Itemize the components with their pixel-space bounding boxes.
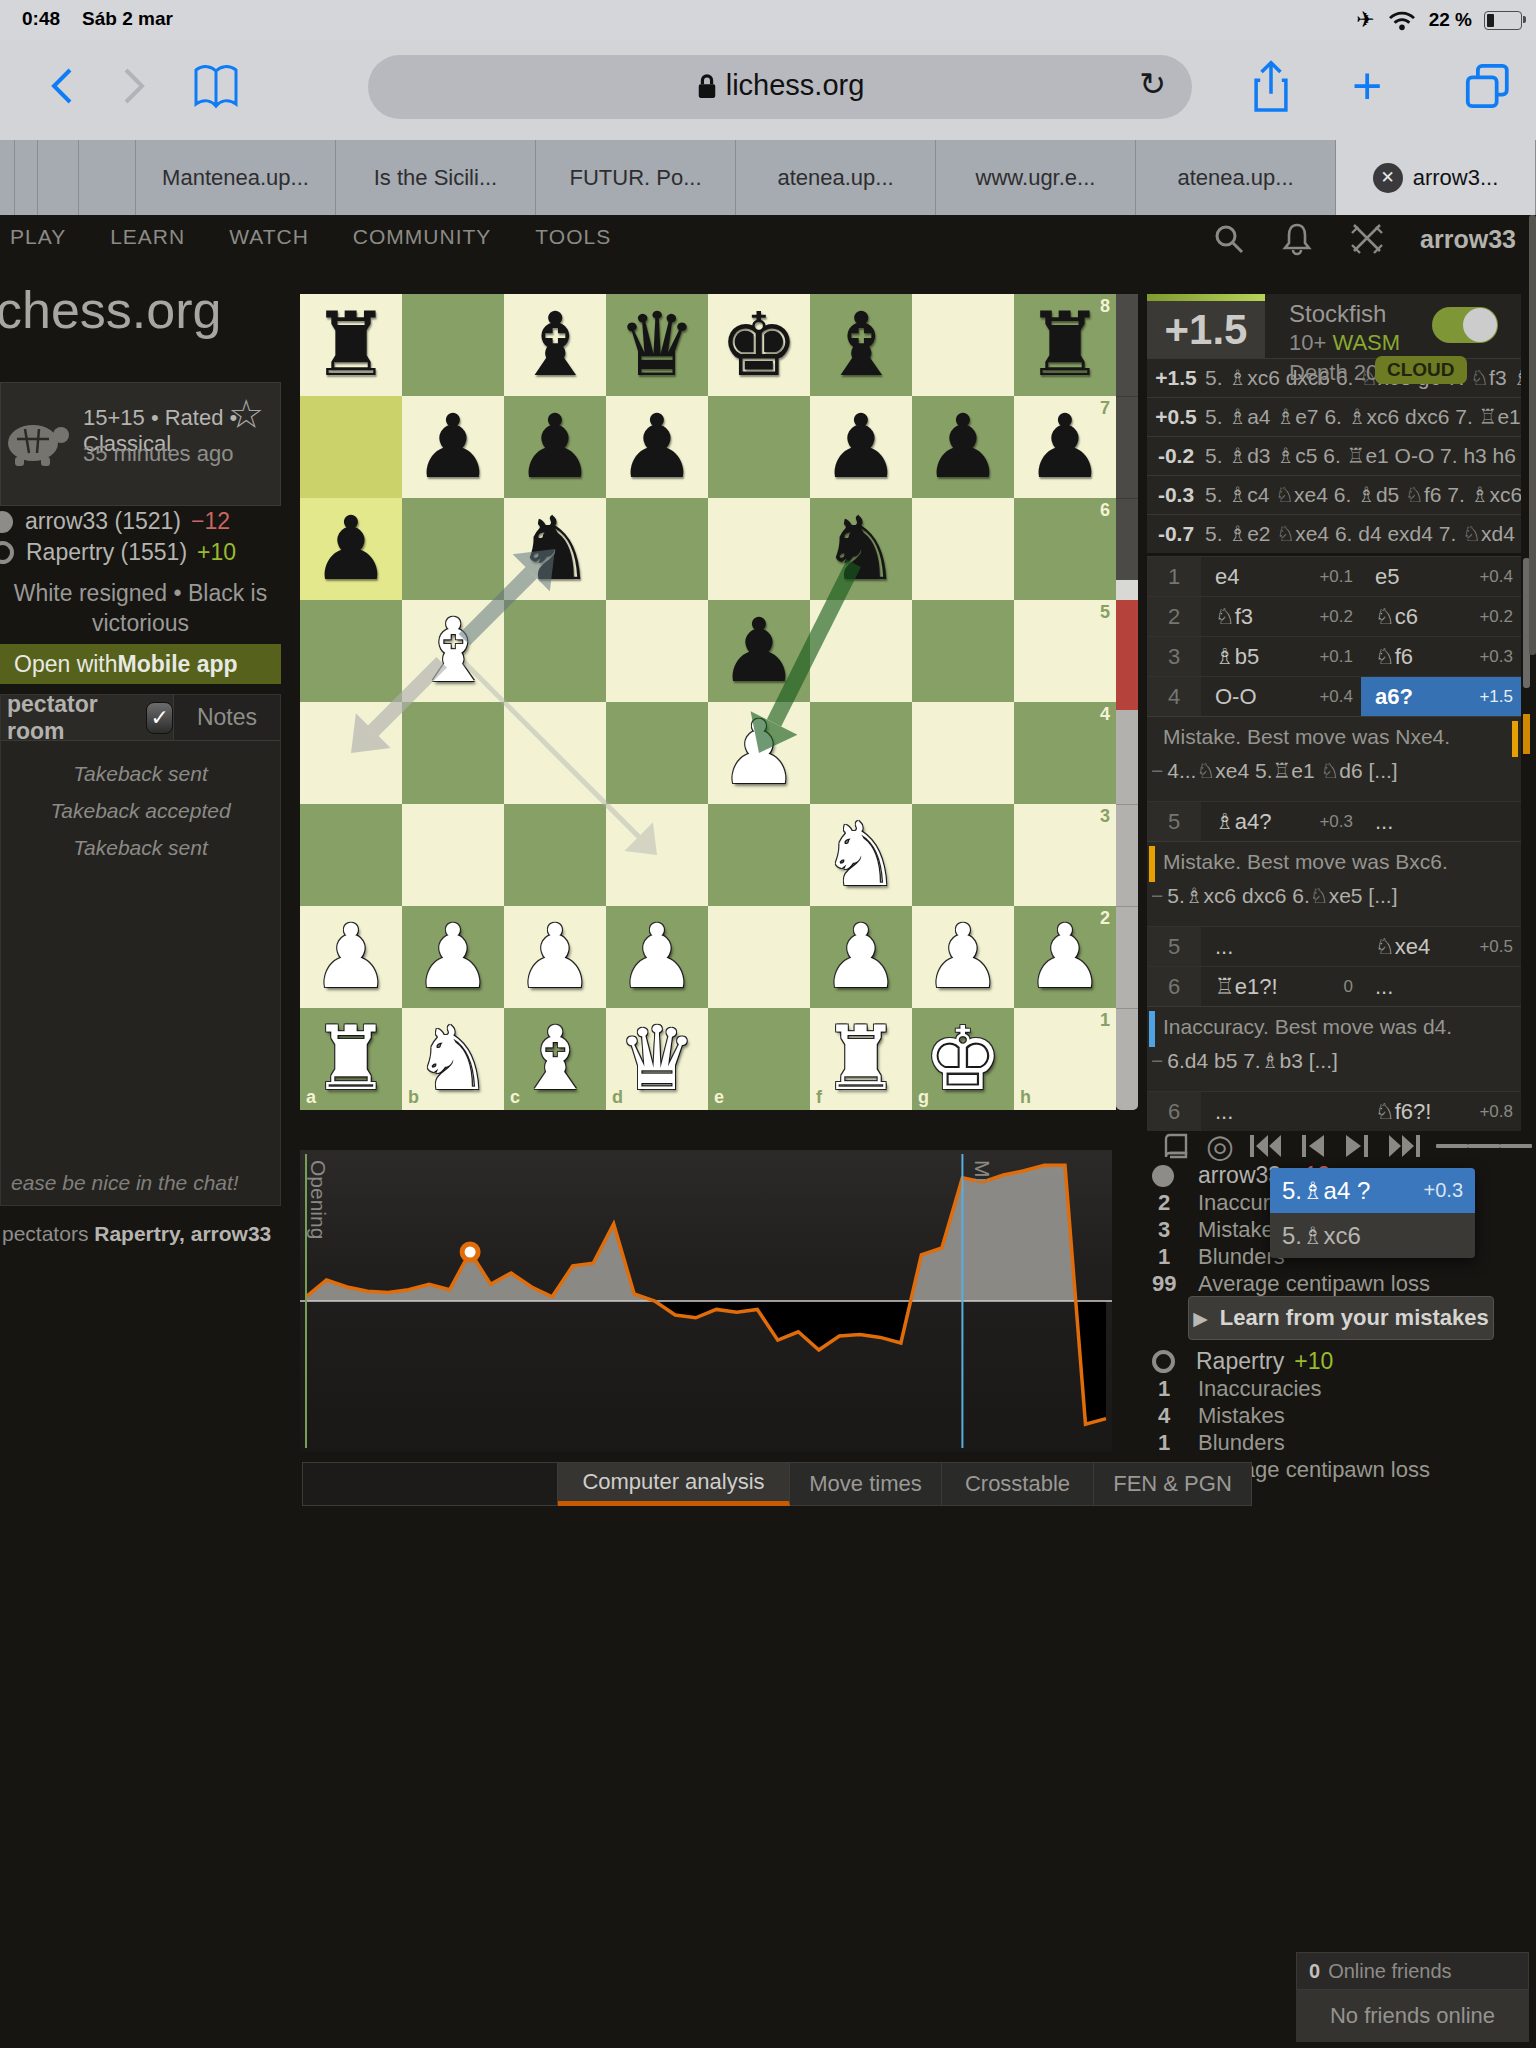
engine-line[interactable]: +0.55. ♗a4 ♗e7 6. ♗xc6 dxc6 7. ♖e1 ♗g...	[1147, 397, 1521, 436]
square-h5[interactable]: 5	[1014, 600, 1116, 702]
square-c8[interactable]: ♝	[504, 294, 606, 396]
white-rook: ♜	[822, 1015, 901, 1103]
browser-tab[interactable]	[0, 140, 15, 215]
bookmark-star-icon[interactable]: ☆	[228, 391, 264, 437]
white-pawn: ♟	[516, 913, 595, 1001]
comment-text: Mistake. Best move was Nxe4.	[1147, 717, 1521, 749]
rank-label: 8	[1100, 296, 1110, 317]
square-b4[interactable]	[402, 702, 504, 804]
player-name[interactable]: Rapertry (1551)	[26, 539, 187, 566]
black-move[interactable]: a6?+1.5	[1361, 677, 1521, 716]
browser-tab[interactable]: atenea.up...	[1136, 140, 1336, 215]
line-moves: 5. ♗c4 ♘xe4 6. ♗d5 ♘f6 7. ♗xc6 dx...	[1205, 483, 1521, 507]
move-number: 3	[1147, 637, 1201, 676]
share-icon[interactable]	[1248, 58, 1294, 116]
black-pawn: ♟	[822, 403, 901, 491]
square-f1[interactable]: f♜	[810, 1008, 912, 1110]
black-rook: ♜	[312, 301, 391, 389]
wifi-icon	[1387, 8, 1417, 32]
tab-title: Is the Sicili...	[374, 165, 497, 191]
square-e7[interactable]	[708, 396, 810, 498]
square-a6[interactable]: ♟	[300, 498, 402, 600]
line-eval: -0.3	[1147, 483, 1205, 507]
square-f5[interactable]	[810, 600, 912, 702]
square-c4[interactable]	[504, 702, 606, 804]
square-g4[interactable]	[912, 702, 1014, 804]
nav-item-watch[interactable]: WATCH	[229, 225, 309, 249]
collapse-icon[interactable]: −	[1151, 759, 1163, 782]
square-d6[interactable]	[606, 498, 708, 600]
rank-label: 2	[1100, 908, 1110, 929]
chat-messages: Takeback sentTakeback acceptedTakeback s…	[1, 749, 280, 860]
white-player-icon	[0, 511, 13, 533]
comment-text: Mistake. Best move was Bxc6.	[1147, 842, 1521, 874]
lichess-nav-items: PLAYLEARNWATCHCOMMUNITYTOOLS	[10, 225, 611, 249]
square-c1[interactable]: c♝	[504, 1008, 606, 1110]
square-h2[interactable]: 2♟	[1014, 906, 1116, 1008]
summary-player-name[interactable]: Rapertry	[1196, 1348, 1284, 1375]
browser-tab[interactable]	[15, 140, 38, 215]
square-a5[interactable]	[300, 600, 402, 702]
square-g7[interactable]: ♟	[912, 396, 1014, 498]
comment-variation[interactable]: −6.d4 b5 7.♗b3 [...]	[1147, 1039, 1521, 1073]
safari-toolbar: lichess.org ↻ +	[0, 40, 1536, 140]
summary-row: 1Blunders	[1152, 1429, 1532, 1456]
challenges-swords-icon[interactable]	[1348, 221, 1386, 257]
square-f7[interactable]: ♟	[810, 396, 912, 498]
square-d3[interactable]	[606, 804, 708, 906]
phase-label-middlegame: Middlegame	[970, 1160, 994, 1274]
white-queen: ♛	[618, 1015, 697, 1103]
nav-item-tools[interactable]: TOOLS	[535, 225, 611, 249]
square-a3[interactable]	[300, 804, 402, 906]
white-king: ♚	[924, 1015, 1003, 1103]
file-label: f	[816, 1087, 822, 1108]
square-a8[interactable]: ♜	[300, 294, 402, 396]
black-move[interactable]: ...	[1361, 967, 1521, 1006]
spectators-line: pectators Rapertry, arrow33	[0, 1222, 283, 1246]
square-g2[interactable]: ♟	[912, 906, 1014, 1008]
collapse-icon[interactable]: −	[1151, 1049, 1163, 1072]
engine-eval: +1.5	[1147, 301, 1265, 358]
browser-tab[interactable]: www.ugr.e...	[936, 140, 1136, 215]
white-bishop: ♝	[516, 1015, 595, 1103]
square-a2[interactable]: ♟	[300, 906, 402, 1008]
white-pawn: ♟	[312, 913, 391, 1001]
username[interactable]: arrow33	[1420, 225, 1516, 254]
black-knight: ♞	[516, 505, 595, 593]
chat-input-placeholder[interactable]: ease be nice in the chat!	[11, 1171, 239, 1195]
open-mobile-app-button[interactable]: Open with Mobile app	[0, 644, 281, 684]
white-pawn: ♟	[924, 913, 1003, 1001]
analysis-tabs: Computer analysisMove timesCrosstableFEN…	[302, 1462, 1252, 1506]
white-move[interactable]: e4+0.1	[1201, 557, 1361, 596]
square-b6[interactable]	[402, 498, 504, 600]
inaccuracy-bar	[1149, 1011, 1155, 1047]
lichess-topnav: PLAYLEARNWATCHCOMMUNITYTOOLS arrow33	[0, 215, 1536, 262]
square-c5[interactable]	[504, 600, 606, 702]
square-e4[interactable]: ♟	[708, 702, 810, 804]
summary-player-name[interactable]: arrow33	[1198, 1162, 1281, 1189]
summary-row: 4Mistakes	[1152, 1402, 1532, 1429]
rating-delta: −12	[191, 508, 230, 535]
rating-delta: +10	[197, 539, 236, 566]
black-queen: ♛	[618, 301, 697, 389]
chat-panel: pectator room ✓ Notes Takeback sentTakeb…	[0, 694, 281, 1206]
eval-gauge	[1116, 294, 1138, 1110]
move-row: 4O-O+0.4a6?+1.5	[1147, 676, 1521, 716]
nav-item-play[interactable]: PLAY	[10, 225, 66, 249]
white-move[interactable]: ♗a4?+0.3	[1201, 802, 1361, 841]
white-pawn: ♟	[1026, 913, 1105, 1001]
square-e3[interactable]	[708, 804, 810, 906]
online-friends-box: 0Online friends No friends online	[1296, 1952, 1529, 2042]
square-c7[interactable]: ♟	[504, 396, 606, 498]
file-label: e	[714, 1087, 724, 1108]
browser-tab[interactable]: Is the Sicili...	[336, 140, 536, 215]
game-result: White resigned • Black is victorious	[0, 578, 281, 638]
move-row: 2♘f3+0.2♘c6+0.2	[1147, 596, 1521, 636]
chat-message: Takeback sent	[1, 836, 280, 860]
rank-label: 1	[1100, 1010, 1110, 1031]
screen: 0:48 Sáb 2 mar ✈ 22 % lichess.org ↻ +	[0, 0, 1536, 2048]
square-g5[interactable]	[912, 600, 1014, 702]
move-row: 5♗a4?+0.3...	[1147, 801, 1521, 841]
black-move[interactable]: ♘xe4+0.5	[1361, 927, 1521, 966]
engine-line[interactable]: -0.35. ♗c4 ♘xe4 6. ♗d5 ♘f6 7. ♗xc6 dx...	[1147, 475, 1521, 514]
summary-row: 99Average centipawn loss	[1152, 1270, 1532, 1297]
last-move-icon[interactable]	[1386, 1132, 1422, 1160]
airplane-mode-icon: ✈	[1356, 7, 1374, 33]
white-knight: ♞	[414, 1015, 493, 1103]
move-number: 4	[1147, 677, 1201, 716]
black-move[interactable]: ♘f6+0.3	[1361, 637, 1521, 676]
game-time-ago: 35 minutes ago	[83, 441, 233, 467]
black-move[interactable]: ...	[1361, 802, 1521, 841]
player-list: arrow33 (1521)−12Rapertry (1551)+10	[0, 506, 281, 572]
chat-message: Takeback accepted	[1, 799, 280, 823]
square-a1[interactable]: a♜	[300, 1008, 402, 1110]
square-b2[interactable]: ♟	[402, 906, 504, 1008]
black-knight: ♞	[822, 505, 901, 593]
play-triangle-icon: ▶	[1193, 1307, 1208, 1330]
browser-tab-active[interactable]: ✕arrow3...	[1336, 140, 1536, 215]
tabs-icon[interactable]	[1462, 60, 1514, 112]
close-tab-icon[interactable]: ✕	[1373, 163, 1403, 193]
tab-fen-pgn[interactable]: FEN & PGN	[1094, 1462, 1252, 1506]
engine-name: Stockfish	[1289, 300, 1386, 328]
nav-item-community[interactable]: COMMUNITY	[353, 225, 492, 249]
next-move-icon[interactable]	[1342, 1132, 1372, 1160]
white-move[interactable]: ♘f3+0.2	[1201, 597, 1361, 636]
square-b8[interactable]	[402, 294, 504, 396]
nav-item-learn[interactable]: LEARN	[110, 225, 185, 249]
cloud-badge: CLOUD	[1375, 356, 1467, 384]
tab-crosstable[interactable]: Crosstable	[942, 1462, 1094, 1506]
square-d1[interactable]: d♛	[606, 1008, 708, 1110]
square-g1[interactable]: g♚	[912, 1008, 1014, 1110]
file-label: b	[408, 1087, 419, 1108]
square-a7[interactable]	[300, 396, 402, 498]
move-number: 2	[1147, 597, 1201, 636]
line-eval: +0.5	[1147, 405, 1205, 429]
move-row: 3♗b5+0.1♘f6+0.3	[1147, 636, 1521, 676]
file-label: h	[1020, 1087, 1031, 1108]
engine-subtitle: 10+ WASM	[1289, 330, 1400, 356]
black-move[interactable]: ♘c6+0.2	[1361, 597, 1521, 636]
judgment-comment: Mistake. Best move was Nxe4.−4...♘xe4 5.…	[1147, 716, 1521, 801]
popup-move-option[interactable]: 5.♗a4 ?+0.3	[1270, 1168, 1475, 1213]
white-pawn: ♟	[414, 913, 493, 1001]
browser-tab[interactable]: FUTUR. Po...	[536, 140, 736, 215]
square-g6[interactable]	[912, 498, 1014, 600]
white-move[interactable]: O-O+0.4	[1201, 677, 1361, 716]
date: Sáb 2 mar	[82, 8, 173, 30]
square-f6[interactable]: ♞	[810, 498, 912, 600]
move-row: 6♖e1?!0...	[1147, 966, 1521, 1006]
tab-title: atenea.up...	[1177, 165, 1293, 191]
square-f3[interactable]: ♞	[810, 804, 912, 906]
classical-turtle-icon	[3, 409, 75, 475]
square-b3[interactable]	[402, 804, 504, 906]
url-text: lichess.org	[368, 69, 1192, 102]
tab-title: atenea.up...	[777, 165, 893, 191]
white-bishop: ♝	[414, 607, 493, 695]
black-pawn: ♟	[924, 403, 1003, 491]
square-c3[interactable]	[504, 804, 606, 906]
tab-move-times[interactable]: Move times	[790, 1462, 942, 1506]
game-meta-panel: 15+15 • Rated • Classical 35 minutes ago…	[0, 382, 281, 506]
lichess-logo[interactable]: chess.org	[0, 280, 221, 340]
mistake-bar	[1512, 721, 1518, 757]
file-label: g	[918, 1087, 929, 1108]
chess-board[interactable]: ♜♝♛♚♝8♜♟♟♟♟♟7♟♟♞♞6♝♟5♟4♞3♟♟♟♟♟♟2♟a♜b♞c♝d…	[300, 294, 1116, 1110]
player-name[interactable]: arrow33 (1521)	[25, 508, 181, 535]
battery-icon	[1484, 11, 1522, 30]
move-context-popup: 5.♗a4 ?+0.35.♗xc6	[1270, 1168, 1475, 1258]
browser-tab[interactable]	[79, 140, 136, 215]
popup-move-option[interactable]: 5.♗xc6	[1270, 1213, 1475, 1258]
rank-label: 6	[1100, 500, 1110, 521]
battery-percent: 22 %	[1429, 9, 1472, 31]
white-move[interactable]: ♗b5+0.1	[1201, 637, 1361, 676]
file-label: d	[612, 1087, 623, 1108]
collapse-icon[interactable]: −	[1151, 884, 1163, 907]
square-e2[interactable]	[708, 906, 810, 1008]
online-friends-header[interactable]: 0Online friends	[1296, 1952, 1529, 1990]
rank-label: 3	[1100, 806, 1110, 827]
engine-line[interactable]: -0.75. ♗e2 ♘xe4 6. d4 exd4 7. ♘xd4 ♗c...	[1147, 514, 1521, 553]
opening-book-icon[interactable]	[1160, 1131, 1192, 1161]
player-row[interactable]: Rapertry (1551)+10	[0, 537, 281, 568]
no-friends-text: No friends online	[1296, 1990, 1529, 2042]
black-pawn: ♟	[618, 403, 697, 491]
black-king: ♚	[720, 301, 799, 389]
white-move[interactable]: ...	[1201, 927, 1361, 966]
line-eval: -0.7	[1147, 522, 1205, 546]
lock-icon	[696, 72, 718, 100]
reload-icon[interactable]: ↻	[1139, 65, 1166, 103]
black-pawn: ♟	[414, 403, 493, 491]
move-number: 5	[1147, 927, 1201, 966]
white-move[interactable]: ♖e1?!0	[1201, 967, 1361, 1006]
address-bar[interactable]: lichess.org ↻	[368, 55, 1192, 119]
tab-computer-analysis[interactable]: Computer analysis	[558, 1462, 790, 1506]
square-h8[interactable]: 8♜	[1014, 294, 1116, 396]
move-number: 6	[1147, 967, 1201, 1006]
tab-title: www.ugr.e...	[976, 165, 1096, 191]
first-move-icon[interactable]	[1248, 1132, 1284, 1160]
black-bishop: ♝	[516, 301, 595, 389]
square-b1[interactable]: b♞	[402, 1008, 504, 1110]
file-label: c	[510, 1087, 520, 1108]
line-eval: +1.5	[1147, 366, 1205, 390]
rank-label: 7	[1100, 398, 1110, 419]
black-pawn: ♟	[312, 505, 391, 593]
square-f2[interactable]: ♟	[810, 906, 912, 1008]
tab-title: arrow3...	[1413, 165, 1499, 191]
square-h1[interactable]: 1h	[1014, 1008, 1116, 1110]
square-e1[interactable]: e	[708, 1008, 810, 1110]
black-pawn: ♟	[516, 403, 595, 491]
line-eval: -0.2	[1147, 444, 1205, 468]
tab-strip: Mantenea.up...Is the Sicili...FUTUR. Po.…	[0, 140, 1536, 215]
rank-label: 5	[1100, 602, 1110, 623]
square-c6[interactable]: ♞	[504, 498, 606, 600]
square-e8[interactable]: ♚	[708, 294, 810, 396]
move-number: 5	[1147, 802, 1201, 841]
engine-progress-bar	[1147, 294, 1265, 301]
comment-variation[interactable]: −5.♗xc6 dxc6 6.♘xe5 [...]	[1147, 874, 1521, 908]
judgment-comment: Inaccuracy. Best move was d4.−6.d4 b5 7.…	[1147, 1006, 1521, 1091]
square-h3[interactable]: 3	[1014, 804, 1116, 906]
browser-tab[interactable]: atenea.up...	[736, 140, 936, 215]
phase-label-opening: Opening	[306, 1160, 330, 1239]
line-moves: 5. ♗d3 ♗c5 6. ♖e1 O-O 7. h3 h6 8. ...	[1205, 444, 1521, 468]
black-pawn: ♟	[720, 607, 799, 695]
file-label: a	[306, 1087, 316, 1108]
clock: 0:48	[22, 8, 60, 30]
white-pawn: ♟	[618, 913, 697, 1001]
menu-hamburger-icon[interactable]	[1436, 1140, 1532, 1152]
rank-label: 4	[1100, 704, 1110, 725]
new-tab-icon[interactable]: +	[1352, 56, 1382, 116]
square-b7[interactable]: ♟	[402, 396, 504, 498]
black-rook: ♜	[1026, 301, 1105, 389]
practice-target-icon[interactable]: ◎	[1206, 1127, 1234, 1165]
square-d2[interactable]: ♟	[606, 906, 708, 1008]
white-pawn: ♟	[822, 913, 901, 1001]
chat-toggle-checkbox[interactable]: ✓	[146, 702, 173, 734]
white-rook: ♜	[312, 1015, 391, 1103]
white-knight: ♞	[822, 811, 901, 899]
engine-lines: +1.55. ♗xc6 dxc6 6. ♘xe5 g6 7. ♘f3 ♗g...…	[1147, 358, 1521, 553]
square-d4[interactable]	[606, 702, 708, 804]
browser-tab[interactable]	[38, 140, 79, 215]
judgment-comment: Mistake. Best move was Bxc6.−5.♗xc6 dxc6…	[1147, 841, 1521, 926]
black-player-icon	[1152, 1350, 1175, 1373]
square-d8[interactable]: ♛	[606, 294, 708, 396]
tab-title: FUTUR. Po...	[569, 165, 701, 191]
square-h4[interactable]: 4	[1014, 702, 1116, 804]
engine-line[interactable]: -0.25. ♗d3 ♗c5 6. ♖e1 O-O 7. h3 h6 8. ..…	[1147, 436, 1521, 475]
square-e5[interactable]: ♟	[708, 600, 810, 702]
square-g3[interactable]	[912, 804, 1014, 906]
move-number: 1	[1147, 557, 1201, 596]
move-table: 1e4+0.1e5+0.42♘f3+0.2♘c6+0.23♗b5+0.1♘f6+…	[1147, 556, 1521, 1131]
engine-toggle[interactable]	[1432, 307, 1498, 343]
square-e6[interactable]	[708, 498, 810, 600]
summary-row: 1Inaccuracies	[1152, 1375, 1532, 1402]
player-row[interactable]: arrow33 (1521)−12	[0, 506, 281, 537]
black-player-icon	[0, 541, 14, 564]
line-moves: 5. ♗e2 ♘xe4 6. d4 exd4 7. ♘xd4 ♗c...	[1205, 522, 1521, 546]
square-d7[interactable]: ♟	[606, 396, 708, 498]
tab-notes[interactable]: Notes	[173, 695, 280, 740]
square-h6[interactable]: 6	[1014, 498, 1116, 600]
white-pawn: ♟	[720, 709, 799, 797]
bookmarks-icon[interactable]	[192, 62, 240, 112]
square-h7[interactable]: 7♟	[1014, 396, 1116, 498]
engine-header: +1.5 Stockfish 10+ WASM Depth 20 CLOUD	[1147, 294, 1521, 358]
engine-depth: Depth 20	[1289, 360, 1378, 386]
browser-tab[interactable]: Mantenea.up...	[136, 140, 336, 215]
search-icon[interactable]	[1212, 222, 1246, 256]
black-bishop: ♝	[822, 301, 901, 389]
square-d5[interactable]	[606, 600, 708, 702]
square-a4[interactable]	[300, 702, 402, 804]
tab-spacer	[302, 1462, 558, 1506]
tab-spectator-room[interactable]: pectator room ✓	[1, 695, 173, 740]
black-move[interactable]: e5+0.4	[1361, 557, 1521, 596]
square-g8[interactable]	[912, 294, 1014, 396]
mistake-bar	[1149, 846, 1155, 882]
square-f8[interactable]: ♝	[810, 294, 912, 396]
square-c2[interactable]: ♟	[504, 906, 606, 1008]
comment-text: Inaccuracy. Best move was d4.	[1147, 1007, 1521, 1039]
prev-move-icon[interactable]	[1298, 1132, 1328, 1160]
move-row: 5...♘xe4+0.5	[1147, 926, 1521, 966]
move-row: 1e4+0.1e5+0.4	[1147, 556, 1521, 596]
white-player-icon	[1152, 1165, 1174, 1187]
square-f4[interactable]	[810, 702, 912, 804]
page-scrollbar[interactable]	[1529, 215, 1536, 655]
chat-message: Takeback sent	[1, 762, 280, 786]
summary-rating-delta: +10	[1294, 1348, 1333, 1375]
ios-status-bar: 0:48 Sáb 2 mar ✈ 22 %	[0, 0, 1536, 40]
line-moves: 5. ♗a4 ♗e7 6. ♗xc6 dxc6 7. ♖e1 ♗g...	[1205, 405, 1521, 429]
black-pawn: ♟	[1026, 403, 1105, 491]
move-scrollbar-marker	[1523, 714, 1530, 754]
notifications-bell-icon[interactable]	[1280, 221, 1314, 257]
learn-from-mistakes-button[interactable]: ▶ Learn from your mistakes	[1188, 1296, 1494, 1340]
tab-title: Mantenea.up...	[162, 165, 309, 191]
square-b5[interactable]: ♝	[402, 600, 504, 702]
comment-variation[interactable]: −4...♘xe4 5.♖e1 ♘d6 [...]	[1147, 749, 1521, 783]
forward-icon[interactable]	[118, 64, 150, 108]
back-icon[interactable]	[46, 64, 78, 108]
